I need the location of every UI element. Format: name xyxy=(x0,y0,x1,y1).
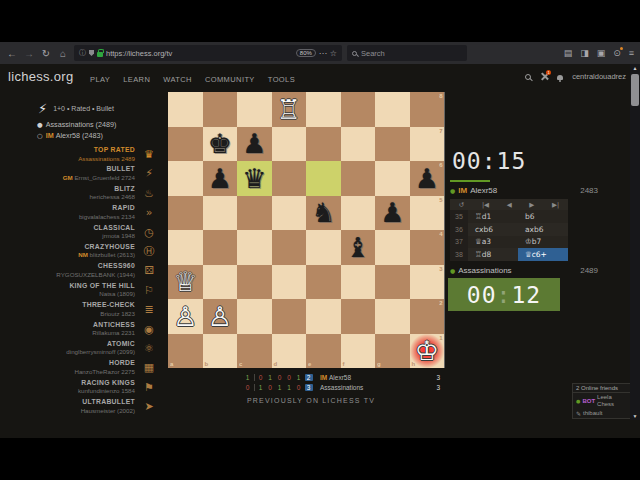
friend-item[interactable]: ✎thibault xyxy=(573,409,631,418)
black-name[interactable]: Assassinations xyxy=(458,266,511,275)
white-queen[interactable]: ♕ xyxy=(168,265,203,300)
tv-channel-player: Natsa (1809) xyxy=(0,290,135,298)
tv-channel-name: TOP RATED xyxy=(0,146,135,155)
square-e1[interactable]: e xyxy=(306,334,341,369)
hill-flag-icon: ⚐ xyxy=(141,284,157,298)
meta-player-line: ○IM Alexr58 (2483) xyxy=(37,131,116,142)
first-move-icon[interactable]: |◀ xyxy=(482,201,489,209)
time-control-label: 1+0 • Rated • Bullet xyxy=(53,105,114,112)
rank-label: 2 xyxy=(439,300,442,306)
clock-seconds: 12 xyxy=(511,282,541,308)
square-b5[interactable] xyxy=(203,196,238,231)
challenge-badge: 1 xyxy=(546,70,551,75)
tv-channel-name: BULLET xyxy=(0,165,135,174)
fire-icon: ♨ xyxy=(141,187,157,201)
tv-channel-classical[interactable]: CLASSICALjrmota 1948◷ xyxy=(0,224,162,243)
divider xyxy=(254,374,255,381)
bullet-bolt-icon: ⚡ xyxy=(38,101,47,116)
square-d7[interactable] xyxy=(272,127,307,162)
tv-channel-name: RAPID xyxy=(0,204,135,213)
player-title: NM xyxy=(78,251,89,258)
header-right: 1 centraldouadrez xyxy=(525,72,626,81)
square-e5[interactable]: ♞ xyxy=(306,196,341,231)
game-result: 0 xyxy=(295,384,302,391)
three-check-icon: ≣ xyxy=(141,303,157,317)
tv-channel-name: CLASSICAL xyxy=(0,224,135,233)
site-search-icon[interactable] xyxy=(525,74,531,80)
player-title: IM xyxy=(46,131,56,140)
tv-channel-blitz[interactable]: BLITZherichessa 2468♨ xyxy=(0,185,162,204)
score-row: 0101103Assassinations3 xyxy=(244,383,440,393)
prev-move-icon[interactable]: ◀ xyxy=(507,201,512,209)
challenges-icon[interactable]: 1 xyxy=(540,72,548,81)
last-move-icon[interactable]: ▶| xyxy=(552,201,559,209)
tv-channel-player: GM Ernst_Gruenfeld 2724 xyxy=(0,174,135,182)
black-rating: 2489 xyxy=(580,266,598,275)
tv-channel-three-check[interactable]: THREE-CHECKBrioutz 1823≣ xyxy=(0,301,162,320)
square-g3[interactable] xyxy=(375,265,410,300)
move-number: 37 xyxy=(450,236,468,249)
tv-channel-player: herichessa 2468 xyxy=(0,193,135,201)
library-icon[interactable]: ▤ xyxy=(564,48,573,58)
game-result: 1 xyxy=(267,374,274,381)
white-name[interactable]: Alexr58 xyxy=(470,186,497,195)
browser-toolbar: ← → ↻ ⌂ ⓘ https://lichess.org/tv 80% ⋯ ☆… xyxy=(0,42,640,64)
sidebar-icon[interactable]: ◨ xyxy=(580,48,589,58)
black-player-row[interactable]: ● Assassinations 2489 xyxy=(450,266,598,275)
game-result: 1 xyxy=(286,384,293,391)
player-lines: ●Assassinations (2489)○IM Alexr58 (2483) xyxy=(37,120,116,141)
black-knight[interactable]: ♞ xyxy=(306,196,341,231)
https-lock-icon[interactable] xyxy=(97,52,103,57)
bot-tag: BOT xyxy=(582,398,595,405)
url-text[interactable]: https://lichess.org/tv xyxy=(106,49,172,58)
notifications-bell-icon[interactable] xyxy=(557,75,563,80)
square-c3[interactable] xyxy=(237,265,272,300)
square-e7[interactable] xyxy=(306,127,341,162)
square-e3[interactable] xyxy=(306,265,341,300)
player-title: IM xyxy=(320,374,329,381)
nav-item-learn[interactable]: LEARN xyxy=(123,75,150,84)
square-g8[interactable] xyxy=(375,92,410,127)
clock-minutes: 00 xyxy=(467,282,497,308)
square-h8[interactable]: 8 xyxy=(410,92,445,127)
current-score: 3 xyxy=(305,384,313,391)
black-bishop[interactable]: ♝ xyxy=(341,230,376,265)
square-e8[interactable] xyxy=(306,92,341,127)
crown-icon: ♛ xyxy=(141,148,157,162)
tv-channel-horde[interactable]: HORDEHanzoTheRazor 2275▦ xyxy=(0,359,162,378)
game-meta: ⚡ 1+0 • Rated • Bullet xyxy=(38,101,114,116)
square-b8[interactable] xyxy=(203,92,238,127)
screenshot-icon[interactable]: ▣ xyxy=(597,48,606,58)
black-disc-icon: ● xyxy=(37,121,43,129)
search-icon xyxy=(352,51,357,56)
tracking-shield-icon[interactable] xyxy=(89,50,94,56)
black-pawn[interactable]: ♟ xyxy=(410,161,445,196)
square-h2[interactable]: 2 xyxy=(410,299,445,334)
tv-channel-player: Assassinations 2489 xyxy=(0,155,135,163)
friend-name: thibault xyxy=(583,410,602,417)
main-nav: PLAYLEARNWATCHCOMMUNITYTOOLS xyxy=(90,75,295,84)
square-b3[interactable] xyxy=(203,265,238,300)
score-total: 3 xyxy=(436,384,440,391)
black-pawn[interactable]: ♟ xyxy=(375,196,410,231)
tv-channel-bullet[interactable]: BULLETGM Ernst_Gruenfeld 2724⚡ xyxy=(0,165,162,184)
nav-item-community[interactable]: COMMUNITY xyxy=(205,75,255,84)
square-d6[interactable] xyxy=(272,161,307,196)
rank-label: 7 xyxy=(439,128,442,134)
black-queen[interactable]: ♛ xyxy=(237,161,272,196)
white-disc-icon: ○ xyxy=(37,132,43,140)
square-f7[interactable] xyxy=(341,127,376,162)
tv-channel-name: ANTICHESS xyxy=(0,321,135,330)
score-player-name: IM Alexr58 xyxy=(320,374,351,381)
square-b2[interactable]: ♙ xyxy=(203,299,238,334)
tv-channel-name: KING OF THE HILL xyxy=(0,282,135,291)
game-result: 1 xyxy=(257,384,264,391)
move-row: 37♕a3♔b7 xyxy=(450,236,568,249)
tv-channel-name: THREE-CHECK xyxy=(0,301,135,310)
square-a7[interactable] xyxy=(168,127,203,162)
url-bar[interactable]: ⓘ https://lichess.org/tv 80% ⋯ ☆ xyxy=(74,45,342,61)
move-row: 35♖d1b6 xyxy=(450,210,568,223)
square-e2[interactable] xyxy=(306,299,341,334)
account-icon[interactable]: ⊙ xyxy=(613,48,621,58)
online-dot: ● xyxy=(576,398,580,405)
square-f2[interactable] xyxy=(341,299,376,334)
black-pawn[interactable]: ♟ xyxy=(203,161,238,196)
dice-icon: ⚄ xyxy=(141,264,157,278)
square-c7[interactable]: ♟ xyxy=(237,127,272,162)
tv-channel-name: CRAZYHOUSE xyxy=(0,243,135,252)
meta-player-line: ●Assassinations (2489) xyxy=(37,120,116,131)
site-info-icon[interactable]: ⓘ xyxy=(79,48,86,58)
forward-icon[interactable]: → xyxy=(23,48,35,59)
black-move[interactable]: ♕c6+ xyxy=(518,248,568,261)
file-label: f xyxy=(343,361,345,367)
scrollbar-thumb[interactable] xyxy=(631,74,639,106)
square-h4[interactable]: 4 xyxy=(410,230,445,265)
file-label: c xyxy=(239,361,242,367)
tv-channel-player: NM blitzbullet (2613) xyxy=(0,251,135,259)
tv-channel-rapid[interactable]: RAPIDbigvalalachess 2134» xyxy=(0,204,162,223)
black-move[interactable]: b6 xyxy=(518,210,568,223)
rank-label: 8 xyxy=(439,93,442,99)
square-c2[interactable] xyxy=(237,299,272,334)
recent-score-strip: 1010012IM Alexr5830101103Assassinations3 xyxy=(244,373,440,392)
square-h5[interactable]: 5 xyxy=(410,196,445,231)
tv-channel-player: dinglberrysmirnoff (2099) xyxy=(0,348,135,356)
square-f4[interactable]: ♝ xyxy=(341,230,376,265)
square-d8[interactable]: ♖ xyxy=(272,92,307,127)
square-h1[interactable]: h1♔ xyxy=(410,334,445,369)
square-b1[interactable]: b xyxy=(203,334,238,369)
friend-item[interactable]: ●BOTLeela Chess xyxy=(573,393,631,409)
square-a1[interactable]: a xyxy=(168,334,203,369)
tv-channel-name: CHESS960 xyxy=(0,262,135,271)
white-player-row[interactable]: ● IM Alexr58 2483 xyxy=(450,186,598,195)
square-a6[interactable] xyxy=(168,161,203,196)
file-label: a xyxy=(170,361,173,367)
square-c6[interactable]: ♛ xyxy=(237,161,272,196)
square-f1[interactable]: f xyxy=(341,334,376,369)
bookmark-star-icon[interactable]: ☆ xyxy=(330,49,337,58)
black-king[interactable]: ♚ xyxy=(203,127,238,162)
tv-channel-player: bigvalalachess 2134 xyxy=(0,213,135,221)
file-label: b xyxy=(205,361,209,367)
square-h6[interactable]: 6♟ xyxy=(410,161,445,196)
move-row: 36cxb6axb6 xyxy=(450,223,568,236)
racing-flag-icon: ⚑ xyxy=(141,381,157,395)
move-number: 36 xyxy=(450,223,468,236)
nav-item-play[interactable]: PLAY xyxy=(90,75,110,84)
username[interactable]: centraldouadrez xyxy=(572,72,626,81)
square-d5[interactable] xyxy=(272,196,307,231)
atom-icon: ⚛ xyxy=(141,342,157,356)
tv-channel-antichess[interactable]: ANTICHESSRillakuma 2231◉ xyxy=(0,321,162,340)
square-g5[interactable]: ♟ xyxy=(375,196,410,231)
tv-channel-player: Rillakuma 2231 xyxy=(0,329,135,337)
game-result: 1 xyxy=(295,374,302,381)
square-g1[interactable]: g xyxy=(375,334,410,369)
cursor-icon: ➤ xyxy=(141,400,157,414)
move-nav-bar: ↺|◀◀▶▶| xyxy=(450,199,568,210)
square-b7[interactable]: ♚ xyxy=(203,127,238,162)
black-move[interactable]: axb6 xyxy=(518,223,568,236)
square-f6[interactable] xyxy=(341,161,376,196)
file-label: g xyxy=(377,361,381,367)
move-number: 35 xyxy=(450,210,468,223)
reload-icon[interactable]: ↻ xyxy=(40,48,52,59)
game-result: 1 xyxy=(244,374,251,381)
tv-channel-atomic[interactable]: ATOMICdinglberrysmirnoff (2099)⚛ xyxy=(0,340,162,359)
zoom-level[interactable]: 80% xyxy=(296,49,316,57)
chess-board[interactable]: ♖8♚♟7♟♛6♟♞♟5♝4♕3♙♙2abcdefgh1♔ xyxy=(168,92,444,368)
square-c4[interactable] xyxy=(237,230,272,265)
tv-channel-top-rated[interactable]: TOP RATEDAssassinations 2489♛ xyxy=(0,146,162,165)
square-g2[interactable] xyxy=(375,299,410,334)
square-f3[interactable] xyxy=(341,265,376,300)
game-result: 0 xyxy=(267,384,274,391)
tv-channel-racing-kings[interactable]: RACING KINGSkunfundinienzo 1584⚑ xyxy=(0,379,162,398)
badge-dot xyxy=(620,47,623,50)
square-g7[interactable] xyxy=(375,127,410,162)
white-move[interactable]: cxb6 xyxy=(468,223,518,236)
white-king[interactable]: ♔ xyxy=(410,334,445,369)
nav-item-watch[interactable]: WATCH xyxy=(163,75,192,84)
antichess-icon: ◉ xyxy=(141,323,157,337)
tv-channel-player: HanzoTheRazor 2275 xyxy=(0,368,135,376)
square-d3[interactable] xyxy=(272,265,307,300)
tv-channel-name: ATOMIC xyxy=(0,340,135,349)
rank-label: 5 xyxy=(439,197,442,203)
player-title: GM xyxy=(63,174,75,181)
rank-label: 3 xyxy=(439,266,442,272)
tv-channel-crazyhouse[interactable]: CRAZYHOUSENM blitzbullet (2613)Ⓗ xyxy=(0,243,162,262)
replay-icon[interactable]: ↺ xyxy=(459,201,464,209)
back-icon[interactable]: ← xyxy=(6,48,18,59)
black-clock-running: 00 : 12 xyxy=(448,278,560,311)
tv-channel-player: jrmota 1948 xyxy=(0,232,135,240)
friends-header[interactable]: 2 Online friends xyxy=(573,384,631,393)
online-dot: ● xyxy=(450,187,455,194)
square-b4[interactable] xyxy=(203,230,238,265)
square-a3[interactable]: ♕ xyxy=(168,265,203,300)
tv-channel-player: Brioutz 1823 xyxy=(0,310,135,318)
page-scrollbar[interactable]: ▲ ▼ xyxy=(630,64,640,420)
tv-channel-player: kunfundinienzo 1584 xyxy=(0,387,135,395)
friend-name: Leela Chess xyxy=(597,394,628,408)
clock-separator: : xyxy=(497,282,512,308)
browser-search-bar[interactable]: Search xyxy=(347,45,467,61)
square-a4[interactable] xyxy=(168,230,203,265)
white-rook[interactable]: ♖ xyxy=(272,92,307,127)
file-label: d xyxy=(274,361,278,367)
square-f5[interactable] xyxy=(341,196,376,231)
square-d4[interactable] xyxy=(272,230,307,265)
square-h7[interactable]: 7 xyxy=(410,127,445,162)
square-d2[interactable] xyxy=(272,299,307,334)
lightning-icon: ⚡ xyxy=(141,167,157,181)
site-logo[interactable]: lichess.org xyxy=(8,69,73,84)
move-table: 35♖d1b636cxb6axb637♕a3♔b738♖d8♕c6+ xyxy=(450,210,568,261)
game-result: 0 xyxy=(257,374,264,381)
file-label: e xyxy=(308,361,311,367)
menu-icon[interactable]: ≡ xyxy=(629,48,634,58)
game-result: 0 xyxy=(244,384,251,391)
square-c8[interactable] xyxy=(237,92,272,127)
rabbit-icon: » xyxy=(141,206,157,220)
turtle-icon: ◷ xyxy=(141,226,157,240)
tv-channel-ultrabullet[interactable]: ULTRABULLETHausmeister (2002)➤ xyxy=(0,398,162,417)
square-g6[interactable] xyxy=(375,161,410,196)
toolbar-right-icons: ▤◨▣⊙≡ xyxy=(564,48,634,58)
tv-channel-player: RYGOSUXZELBANK (1944) xyxy=(0,271,135,279)
tv-channel-player: Hausmeister (2002) xyxy=(0,407,135,415)
game-result: 1 xyxy=(276,384,283,391)
score-row: 1010012IM Alexr583 xyxy=(244,373,440,383)
white-title: IM xyxy=(458,186,467,195)
horde-icon: ▦ xyxy=(141,361,157,375)
black-move[interactable]: ♔b7 xyxy=(518,236,568,249)
move-number: 38 xyxy=(450,248,468,261)
search-placeholder: Search xyxy=(361,49,385,58)
square-f8[interactable] xyxy=(341,92,376,127)
white-move[interactable]: ♖d1 xyxy=(468,210,518,223)
square-a8[interactable] xyxy=(168,92,203,127)
white-clock-time-bar xyxy=(450,180,490,182)
square-a5[interactable] xyxy=(168,196,203,231)
white-clock: 00:15 xyxy=(452,148,526,174)
tv-channel-chess960[interactable]: CHESS960RYGOSUXZELBANK (1944)⚄ xyxy=(0,262,162,281)
tv-channel-name: HORDE xyxy=(0,359,135,368)
online-friends-box: 2 Online friends ●BOTLeela Chess✎thibaul… xyxy=(572,383,632,419)
tv-channel-name: RACING KINGS xyxy=(0,379,135,388)
game-result: 0 xyxy=(276,374,283,381)
move-row: 38♖d8♕c6+ xyxy=(450,248,568,261)
square-e6[interactable] xyxy=(306,161,341,196)
crazyhouse-icon: Ⓗ xyxy=(141,245,157,259)
next-move-icon[interactable]: ▶ xyxy=(529,201,534,209)
patron-icon: ✎ xyxy=(576,410,581,417)
tv-channel-king-of-the-hill[interactable]: KING OF THE HILLNatsa (1809)⚐ xyxy=(0,282,162,301)
square-g4[interactable] xyxy=(375,230,410,265)
score-player-name: Assassinations xyxy=(320,384,363,391)
previously-on-tv-label: PREVIOUSLY ON LICHESS TV xyxy=(247,397,375,404)
nav-item-tools[interactable]: TOOLS xyxy=(268,75,295,84)
online-dot: ● xyxy=(450,267,455,274)
scroll-down-icon[interactable]: ▼ xyxy=(630,413,640,419)
square-c5[interactable] xyxy=(237,196,272,231)
tv-channel-list: TOP RATEDAssassinations 2489♛BULLETGM Er… xyxy=(0,146,162,417)
rank-label: 4 xyxy=(439,231,442,237)
current-score: 2 xyxy=(305,374,313,381)
home-icon[interactable]: ⌂ xyxy=(57,48,69,59)
board-edge-line xyxy=(444,92,445,368)
white-pawn[interactable]: ♙ xyxy=(168,299,203,334)
white-move[interactable]: ♖d8 xyxy=(468,248,518,261)
game-result: 0 xyxy=(286,374,293,381)
tv-channel-name: BLITZ xyxy=(0,185,135,194)
square-b6[interactable]: ♟ xyxy=(203,161,238,196)
black-pawn[interactable]: ♟ xyxy=(237,127,272,162)
square-e4[interactable] xyxy=(306,230,341,265)
square-h3[interactable]: 3 xyxy=(410,265,445,300)
white-move[interactable]: ♕a3 xyxy=(468,236,518,249)
scroll-up-icon[interactable]: ▲ xyxy=(630,65,640,71)
square-d1[interactable]: d xyxy=(272,334,307,369)
score-total: 3 xyxy=(436,374,440,381)
white-pawn[interactable]: ♙ xyxy=(203,299,238,334)
divider xyxy=(254,384,255,391)
square-c1[interactable]: c xyxy=(237,334,272,369)
tv-channel-name: ULTRABULLET xyxy=(0,398,135,407)
square-a2[interactable]: ♙ xyxy=(168,299,203,334)
white-rating: 2483 xyxy=(580,186,598,195)
page-actions-icon[interactable]: ⋯ xyxy=(319,49,327,58)
